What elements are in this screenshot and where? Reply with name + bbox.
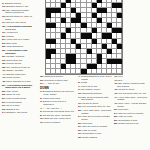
clue-number: 49) (114, 102, 118, 105)
clue-number: 16) (2, 15, 6, 18)
clue-number: 15) (2, 9, 6, 12)
down-clues-1: 1) Bumbling sorts of all sizes on a job,… (40, 91, 75, 124)
clue: 64) Smidgen, bite-sized (2, 112, 37, 115)
clue-number: 1) (40, 90, 43, 93)
clue-number: 47) (114, 96, 118, 99)
clue-number: 67) (40, 82, 44, 85)
clue-number: 58) (114, 122, 118, 125)
clue-number: 11) (40, 121, 44, 124)
clue-number: 24) (78, 115, 82, 118)
clue-number: 3) (40, 100, 43, 103)
clue-number: 50) (2, 84, 6, 87)
clues-column-2: 65) Gambler's marker66) Punched-in-stove… (40, 76, 75, 148)
clue-number: 42) (114, 82, 118, 85)
down-clues-column-2: 4) Quarterbacked or hus- tled a crowd5) … (78, 76, 112, 148)
clue-number: 32) (78, 136, 82, 139)
crossword-grid (45, 0, 123, 75)
clue-number: 14) (78, 96, 82, 99)
clue-number: 64) (2, 111, 6, 114)
down-clues-column-3: 40) Fuel41) Exit42) Big, whinier soldier… (114, 76, 148, 148)
across-clues-column: 5) Take off in a hurry9) Stadium sound13… (2, 0, 37, 147)
clue-number: 4) (78, 75, 81, 78)
grid-cell (117, 69, 122, 74)
clue: 32) Rustic lodging (78, 137, 112, 140)
clue: 11) Picnic invaders (40, 122, 75, 125)
across-clues-overflow: 65) Gambler's marker66) Punched-in-stove… (40, 76, 75, 86)
clue-number: 18) (2, 25, 6, 28)
clue: 58) Rustic traveler's rig (114, 123, 148, 126)
clue-number: 28) (2, 49, 6, 52)
clue-number: 22) (78, 109, 82, 112)
